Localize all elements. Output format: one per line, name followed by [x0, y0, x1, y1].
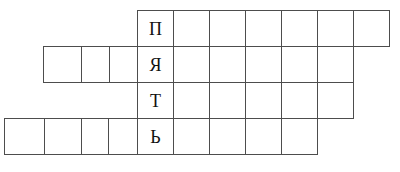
crossword-cell[interactable] [108, 118, 138, 155]
crossword-cell[interactable] [209, 118, 246, 155]
crossword-cell[interactable] [44, 118, 82, 155]
crossword-cell[interactable] [4, 118, 45, 155]
crossword-cell[interactable] [209, 82, 246, 119]
key-letter: Ь [150, 128, 160, 146]
crossword-cell[interactable]: Т [137, 82, 174, 119]
crossword-cell[interactable] [281, 82, 318, 119]
key-letter: Т [150, 92, 161, 110]
crossword-cell[interactable] [173, 46, 210, 83]
crossword-cell[interactable] [81, 118, 109, 155]
crossword-cell[interactable] [209, 10, 246, 47]
crossword-cell[interactable] [353, 10, 390, 47]
crossword-cell[interactable] [245, 82, 282, 119]
crossword-cell[interactable] [317, 82, 354, 119]
crossword-cell[interactable]: Я [137, 46, 174, 83]
crossword-cell[interactable] [173, 118, 210, 155]
crossword-cell[interactable] [173, 82, 210, 119]
key-letter: Я [149, 56, 161, 74]
crossword-page: ПЯТЬ [0, 0, 400, 172]
crossword-cell[interactable]: П [137, 10, 174, 47]
crossword-cell[interactable] [43, 46, 82, 83]
crossword-cell[interactable] [109, 46, 138, 83]
key-letter: П [149, 20, 162, 38]
crossword-cell[interactable] [281, 118, 318, 155]
crossword-cell[interactable] [245, 10, 282, 47]
crossword-cell[interactable] [317, 46, 354, 83]
crossword-cell[interactable] [173, 10, 210, 47]
crossword-cell[interactable] [245, 118, 282, 155]
crossword-cell[interactable] [281, 46, 318, 83]
crossword-cell[interactable] [209, 46, 246, 83]
crossword-board: ПЯТЬ [0, 0, 400, 172]
crossword-cell[interactable] [317, 10, 354, 47]
crossword-cell[interactable]: Ь [137, 118, 174, 155]
crossword-cell[interactable] [245, 46, 282, 83]
crossword-cell[interactable] [81, 46, 110, 83]
crossword-cell[interactable] [281, 10, 318, 47]
